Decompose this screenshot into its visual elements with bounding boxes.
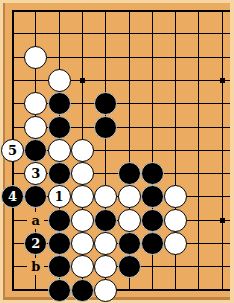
black-stone-c3r10 bbox=[48, 209, 71, 232]
white-stone-c3r4 bbox=[48, 69, 71, 92]
white-stone-c4r8 bbox=[71, 162, 94, 185]
black-stone-c7r11 bbox=[141, 232, 164, 255]
white-stone-c8r10 bbox=[164, 209, 187, 232]
black-stone-c3r13 bbox=[48, 279, 71, 302]
white-stone-c4r11 bbox=[71, 232, 94, 255]
star-point bbox=[80, 78, 85, 83]
white-stone-c3r9: 1 bbox=[48, 185, 71, 208]
go-board-diagram: 53412ab bbox=[0, 0, 234, 303]
black-stone-c3r5 bbox=[48, 92, 71, 115]
white-stone-c5r13 bbox=[94, 279, 117, 302]
point-label-a: a bbox=[27, 212, 44, 229]
black-stone-c7r8 bbox=[141, 162, 164, 185]
black-stone-c6r12 bbox=[118, 255, 141, 278]
white-stone-c3r7 bbox=[48, 139, 71, 162]
black-stone-c6r11 bbox=[118, 232, 141, 255]
black-stone-c7r10 bbox=[141, 209, 164, 232]
white-stone-c4r10 bbox=[71, 209, 94, 232]
white-stone-c2r3 bbox=[24, 46, 47, 69]
white-stone-c8r11 bbox=[164, 232, 187, 255]
black-stone-c2r7 bbox=[24, 139, 47, 162]
white-stone-c2r6 bbox=[24, 116, 47, 139]
black-stone-c3r12 bbox=[48, 255, 71, 278]
white-stone-c6r9 bbox=[118, 185, 141, 208]
black-stone-c3r11 bbox=[48, 232, 71, 255]
white-stone-c6r10 bbox=[118, 209, 141, 232]
black-stone-c5r6 bbox=[94, 116, 117, 139]
black-stone-c6r8 bbox=[118, 162, 141, 185]
black-stone-c3r8 bbox=[48, 162, 71, 185]
star-point bbox=[220, 218, 225, 223]
point-label-b: b bbox=[27, 258, 44, 275]
black-stone-c4r13 bbox=[71, 279, 94, 302]
black-stone-c5r10 bbox=[94, 209, 117, 232]
black-stone-c3r6 bbox=[48, 116, 71, 139]
white-stone-c1r7: 5 bbox=[1, 139, 24, 162]
star-point bbox=[220, 78, 225, 83]
white-stone-c4r7 bbox=[71, 139, 94, 162]
